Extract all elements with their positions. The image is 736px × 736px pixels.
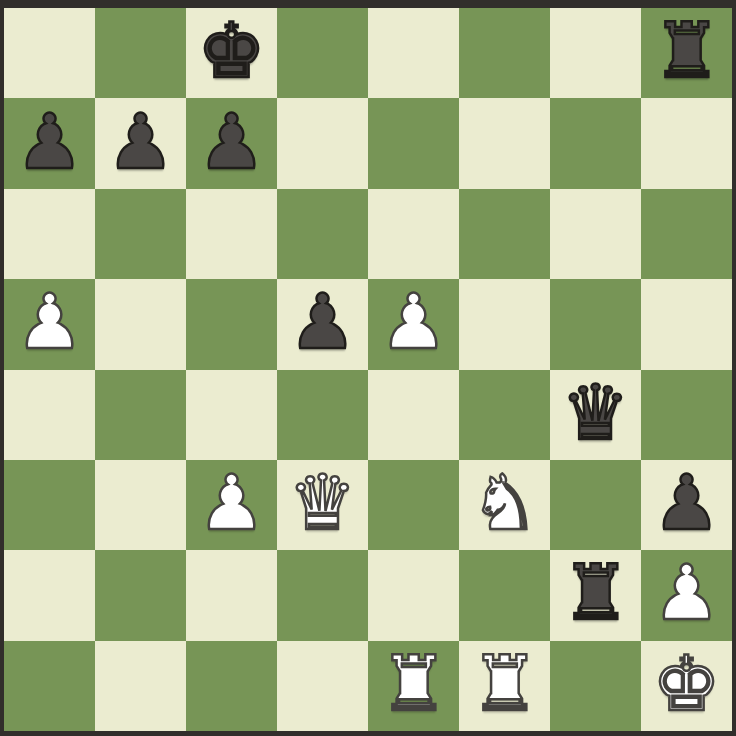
board-frame: ♚♜♟♟♟♟♟♟♛♟♛♞♟♜♟♜♜♚ bbox=[0, 0, 736, 736]
square-a4[interactable] bbox=[4, 370, 95, 460]
piece-black-queen[interactable]: ♛ bbox=[561, 375, 629, 451]
square-b4[interactable] bbox=[95, 370, 186, 460]
square-f1[interactable]: ♜ bbox=[459, 641, 550, 731]
square-a2[interactable] bbox=[4, 550, 95, 640]
square-c6[interactable] bbox=[186, 189, 277, 279]
square-d5[interactable]: ♟ bbox=[277, 279, 368, 369]
square-b8[interactable] bbox=[95, 8, 186, 98]
piece-white-pawn[interactable]: ♟ bbox=[652, 555, 720, 631]
square-d3[interactable]: ♛ bbox=[277, 460, 368, 550]
square-f6[interactable] bbox=[459, 189, 550, 279]
square-f2[interactable] bbox=[459, 550, 550, 640]
square-e1[interactable]: ♜ bbox=[368, 641, 459, 731]
square-c8[interactable]: ♚ bbox=[186, 8, 277, 98]
square-a3[interactable] bbox=[4, 460, 95, 550]
square-d2[interactable] bbox=[277, 550, 368, 640]
square-f8[interactable] bbox=[459, 8, 550, 98]
square-e2[interactable] bbox=[368, 550, 459, 640]
square-c4[interactable] bbox=[186, 370, 277, 460]
square-b1[interactable] bbox=[95, 641, 186, 731]
piece-white-rook[interactable]: ♜ bbox=[379, 646, 447, 722]
square-c5[interactable] bbox=[186, 279, 277, 369]
square-c1[interactable] bbox=[186, 641, 277, 731]
square-h7[interactable] bbox=[641, 98, 732, 188]
square-g1[interactable] bbox=[550, 641, 641, 731]
square-a5[interactable]: ♟ bbox=[4, 279, 95, 369]
square-b5[interactable] bbox=[95, 279, 186, 369]
square-b6[interactable] bbox=[95, 189, 186, 279]
square-h1[interactable]: ♚ bbox=[641, 641, 732, 731]
square-a8[interactable] bbox=[4, 8, 95, 98]
square-g8[interactable] bbox=[550, 8, 641, 98]
square-h2[interactable]: ♟ bbox=[641, 550, 732, 640]
square-e4[interactable] bbox=[368, 370, 459, 460]
piece-black-pawn[interactable]: ♟ bbox=[106, 104, 174, 180]
piece-black-pawn[interactable]: ♟ bbox=[15, 104, 83, 180]
square-g2[interactable]: ♜ bbox=[550, 550, 641, 640]
piece-white-pawn[interactable]: ♟ bbox=[379, 284, 447, 360]
square-g5[interactable] bbox=[550, 279, 641, 369]
square-g4[interactable]: ♛ bbox=[550, 370, 641, 460]
square-h8[interactable]: ♜ bbox=[641, 8, 732, 98]
square-g7[interactable] bbox=[550, 98, 641, 188]
square-h6[interactable] bbox=[641, 189, 732, 279]
square-c7[interactable]: ♟ bbox=[186, 98, 277, 188]
piece-black-rook[interactable]: ♜ bbox=[561, 555, 629, 631]
square-f5[interactable] bbox=[459, 279, 550, 369]
square-a7[interactable]: ♟ bbox=[4, 98, 95, 188]
piece-black-pawn[interactable]: ♟ bbox=[288, 284, 356, 360]
piece-black-pawn[interactable]: ♟ bbox=[652, 465, 720, 541]
square-a1[interactable] bbox=[4, 641, 95, 731]
square-d6[interactable] bbox=[277, 189, 368, 279]
square-c3[interactable]: ♟ bbox=[186, 460, 277, 550]
square-d1[interactable] bbox=[277, 641, 368, 731]
piece-white-knight[interactable]: ♞ bbox=[470, 465, 538, 541]
piece-white-pawn[interactable]: ♟ bbox=[197, 465, 265, 541]
square-e8[interactable] bbox=[368, 8, 459, 98]
square-c2[interactable] bbox=[186, 550, 277, 640]
square-g3[interactable] bbox=[550, 460, 641, 550]
square-b3[interactable] bbox=[95, 460, 186, 550]
square-d4[interactable] bbox=[277, 370, 368, 460]
square-e6[interactable] bbox=[368, 189, 459, 279]
square-h4[interactable] bbox=[641, 370, 732, 460]
piece-black-king[interactable]: ♚ bbox=[197, 13, 265, 89]
chess-board: ♚♜♟♟♟♟♟♟♛♟♛♞♟♜♟♜♜♚ bbox=[4, 8, 732, 731]
square-h3[interactable]: ♟ bbox=[641, 460, 732, 550]
square-b2[interactable] bbox=[95, 550, 186, 640]
square-d8[interactable] bbox=[277, 8, 368, 98]
square-f4[interactable] bbox=[459, 370, 550, 460]
square-f3[interactable]: ♞ bbox=[459, 460, 550, 550]
piece-black-rook[interactable]: ♜ bbox=[652, 13, 720, 89]
square-f7[interactable] bbox=[459, 98, 550, 188]
square-h5[interactable] bbox=[641, 279, 732, 369]
square-b7[interactable]: ♟ bbox=[95, 98, 186, 188]
square-a6[interactable] bbox=[4, 189, 95, 279]
square-e5[interactable]: ♟ bbox=[368, 279, 459, 369]
piece-black-pawn[interactable]: ♟ bbox=[197, 104, 265, 180]
piece-white-rook[interactable]: ♜ bbox=[470, 646, 538, 722]
square-g6[interactable] bbox=[550, 189, 641, 279]
square-e3[interactable] bbox=[368, 460, 459, 550]
piece-white-king[interactable]: ♚ bbox=[652, 646, 720, 722]
piece-white-pawn[interactable]: ♟ bbox=[15, 284, 83, 360]
square-e7[interactable] bbox=[368, 98, 459, 188]
piece-white-queen[interactable]: ♛ bbox=[288, 465, 356, 541]
square-d7[interactable] bbox=[277, 98, 368, 188]
